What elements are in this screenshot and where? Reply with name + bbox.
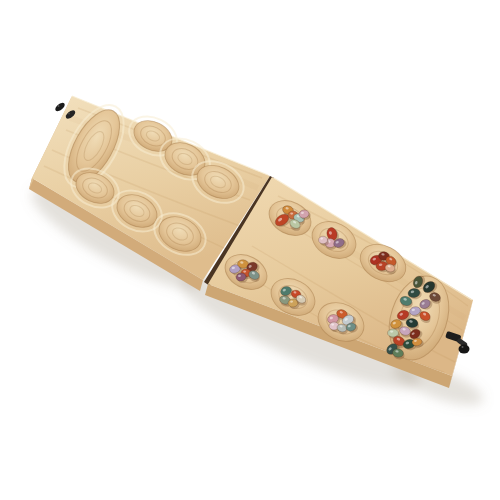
- gemstone-highlight: [331, 323, 334, 325]
- mancala-product-photo: [0, 0, 500, 500]
- gemstone-highlight: [390, 330, 393, 332]
- gemstone-highlight: [243, 270, 246, 272]
- gemstone: [388, 329, 399, 337]
- gemstone-highlight: [290, 212, 293, 214]
- mancala-board-photo: [0, 0, 500, 500]
- gemstone-highlight: [320, 238, 323, 240]
- gemstone: [319, 236, 328, 244]
